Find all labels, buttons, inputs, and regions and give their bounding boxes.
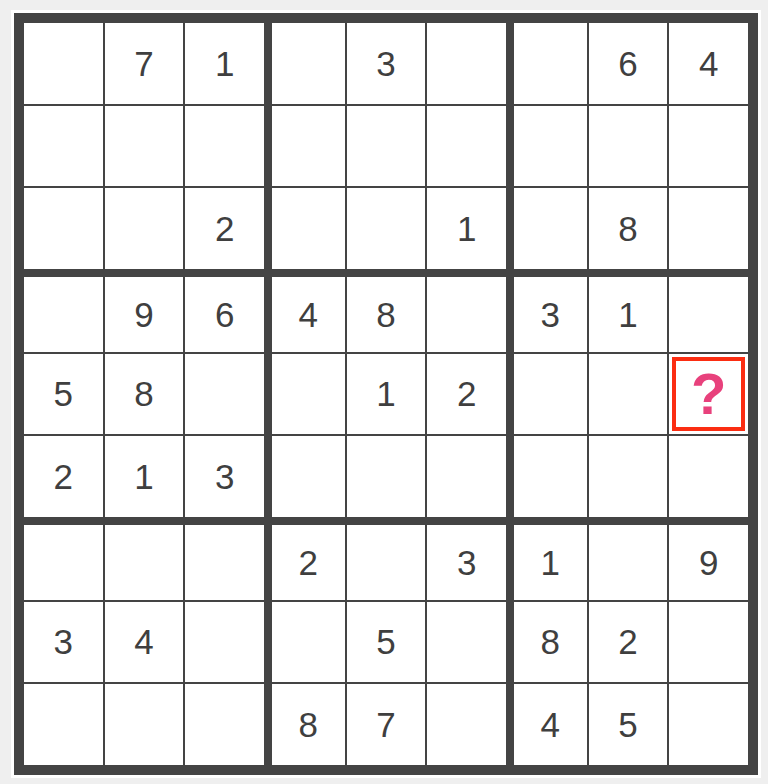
cell-r3c4[interactable] <box>266 188 345 269</box>
cell-r8c9[interactable] <box>669 602 748 683</box>
cell-r9c9[interactable] <box>669 684 748 765</box>
cell-r9c1[interactable] <box>24 684 103 765</box>
cell-r8c5[interactable]: 5 <box>347 602 426 683</box>
cell-r7c4[interactable]: 2 <box>266 519 345 600</box>
cell-r6c1[interactable]: 2 <box>24 436 103 517</box>
cell-r4c6[interactable] <box>427 271 506 352</box>
cell-r7c3[interactable] <box>185 519 264 600</box>
cell-r3c1[interactable] <box>24 188 103 269</box>
cell-r3c8[interactable]: 8 <box>589 188 668 269</box>
cell-r6c7[interactable] <box>508 436 587 517</box>
cell-r3c7[interactable] <box>508 188 587 269</box>
cell-r2c7[interactable] <box>508 106 587 187</box>
cell-r9c4[interactable]: 8 <box>266 684 345 765</box>
cell-r6c8[interactable] <box>589 436 668 517</box>
cell-r5c9-query[interactable]: ? <box>669 354 748 435</box>
cell-r7c1[interactable] <box>24 519 103 600</box>
cell-r3c9[interactable] <box>669 188 748 269</box>
cell-r9c2[interactable] <box>105 684 184 765</box>
cell-r7c7[interactable]: 1 <box>508 519 587 600</box>
cell-r5c8[interactable] <box>589 354 668 435</box>
cell-r7c2[interactable] <box>105 519 184 600</box>
cell-r6c6[interactable] <box>427 436 506 517</box>
cell-r5c5[interactable]: 1 <box>347 354 426 435</box>
cell-r6c9[interactable] <box>669 436 748 517</box>
cell-r2c1[interactable] <box>24 106 103 187</box>
cell-r2c9[interactable] <box>669 106 748 187</box>
cell-r4c1[interactable] <box>24 271 103 352</box>
cell-r2c4[interactable] <box>266 106 345 187</box>
cell-r5c7[interactable] <box>508 354 587 435</box>
cell-r8c1[interactable]: 3 <box>24 602 103 683</box>
cell-r7c9[interactable]: 9 <box>669 519 748 600</box>
cell-r5c2[interactable]: 8 <box>105 354 184 435</box>
cell-r1c9[interactable]: 4 <box>669 23 748 104</box>
sudoku-board: 713642189648315812?2132319345828745 <box>14 13 758 775</box>
cell-r6c2[interactable]: 1 <box>105 436 184 517</box>
cell-r3c6[interactable]: 1 <box>427 188 506 269</box>
cell-r9c7[interactable]: 4 <box>508 684 587 765</box>
cell-r4c2[interactable]: 9 <box>105 271 184 352</box>
cell-r3c3[interactable]: 2 <box>185 188 264 269</box>
cell-r6c5[interactable] <box>347 436 426 517</box>
cell-r7c5[interactable] <box>347 519 426 600</box>
cell-r9c6[interactable] <box>427 684 506 765</box>
cell-r5c1[interactable]: 5 <box>24 354 103 435</box>
cell-r2c6[interactable] <box>427 106 506 187</box>
cell-r3c5[interactable] <box>347 188 426 269</box>
cell-r5c4[interactable] <box>266 354 345 435</box>
cell-r1c2[interactable]: 7 <box>105 23 184 104</box>
cell-r4c5[interactable]: 8 <box>347 271 426 352</box>
query-cell-highlight: ? <box>672 357 745 432</box>
cell-r6c3[interactable]: 3 <box>185 436 264 517</box>
cell-r6c4[interactable] <box>266 436 345 517</box>
cell-r1c3[interactable]: 1 <box>185 23 264 104</box>
cell-r1c8[interactable]: 6 <box>589 23 668 104</box>
cell-r9c5[interactable]: 7 <box>347 684 426 765</box>
cell-r8c8[interactable]: 2 <box>589 602 668 683</box>
cell-r1c7[interactable] <box>508 23 587 104</box>
cell-r2c3[interactable] <box>185 106 264 187</box>
cell-r2c5[interactable] <box>347 106 426 187</box>
cell-r8c7[interactable]: 8 <box>508 602 587 683</box>
cell-r5c6[interactable]: 2 <box>427 354 506 435</box>
cell-r1c1[interactable] <box>24 23 103 104</box>
cell-r9c8[interactable]: 5 <box>589 684 668 765</box>
cell-r8c2[interactable]: 4 <box>105 602 184 683</box>
cell-r4c8[interactable]: 1 <box>589 271 668 352</box>
cell-r3c2[interactable] <box>105 188 184 269</box>
cell-r8c4[interactable] <box>266 602 345 683</box>
cell-r9c3[interactable] <box>185 684 264 765</box>
cell-r2c2[interactable] <box>105 106 184 187</box>
cell-r7c8[interactable] <box>589 519 668 600</box>
cell-r4c3[interactable]: 6 <box>185 271 264 352</box>
cell-r7c6[interactable]: 3 <box>427 519 506 600</box>
cell-r2c8[interactable] <box>589 106 668 187</box>
cell-r4c7[interactable]: 3 <box>508 271 587 352</box>
cell-r4c4[interactable]: 4 <box>266 271 345 352</box>
cell-r5c3[interactable] <box>185 354 264 435</box>
cell-r1c6[interactable] <box>427 23 506 104</box>
cell-r1c5[interactable]: 3 <box>347 23 426 104</box>
cell-r8c6[interactable] <box>427 602 506 683</box>
cell-r8c3[interactable] <box>185 602 264 683</box>
cell-r4c9[interactable] <box>669 271 748 352</box>
cell-r1c4[interactable] <box>266 23 345 104</box>
